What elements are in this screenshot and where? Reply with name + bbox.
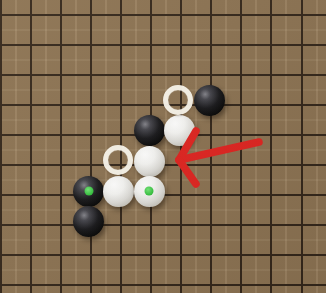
grid-line-vertical [240,0,242,293]
black-stone[interactable] [134,115,165,146]
goban-board[interactable] [0,0,326,293]
grid-line-vertical [30,0,32,293]
arrow-barb-lower [179,160,196,184]
wood-grain-line [105,0,107,293]
wood-grain-line [195,0,197,293]
black-stone[interactable] [194,85,225,116]
ring-marker [103,145,133,175]
wood-grain-line [316,0,318,293]
arrow-shaft [179,142,259,160]
wood-grain-line [165,0,167,293]
wood-grain-line [0,149,326,151]
white-stone[interactable] [164,115,195,146]
grid-line-vertical [270,0,272,293]
grid-line-horizontal [0,74,326,76]
grid-line-horizontal [0,224,326,226]
wood-grain-line [0,269,326,271]
black-stone[interactable] [73,176,104,207]
wood-grain-line [0,59,326,61]
ring-marker [163,85,193,115]
wood-grain-line [255,0,257,293]
wood-grain-line [135,0,137,293]
white-stone[interactable] [134,146,165,177]
green-dot-mark [84,187,93,196]
grid-line-horizontal [0,14,326,16]
wood-grain-line [0,29,326,31]
wood-grain-line [0,239,326,241]
grid-line-vertical [60,0,62,293]
wood-grain-line [0,119,326,121]
grid-line-vertical [90,0,92,293]
wood-grain-line [75,0,77,293]
wood-grain-line [225,0,227,293]
white-stone[interactable] [103,176,134,207]
white-stone[interactable] [134,176,165,207]
arrow-annotation [0,0,326,293]
wood-grain-line [0,89,326,91]
wood-grain-line [45,0,47,293]
wood-grain-line [0,179,326,181]
grid-line-horizontal [0,284,326,286]
grid-line-horizontal [0,254,326,256]
black-stone[interactable] [73,206,104,237]
grid-line-vertical [210,0,212,293]
grid-line-vertical [0,0,2,293]
grid-line-horizontal [0,44,326,46]
green-dot-mark [145,187,154,196]
wood-grain-line [285,0,287,293]
wood-grain-line [0,209,326,211]
wood-grain-line [15,0,17,293]
grid-line-vertical [301,0,303,293]
grid-line-vertical [180,0,182,293]
